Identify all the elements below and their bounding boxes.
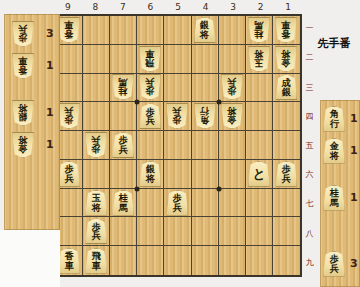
gote-hand-item-銀将[interactable]: 銀将 bbox=[10, 99, 36, 126]
shogi-piece-桂馬-gote[interactable]: 桂馬 bbox=[247, 17, 270, 43]
shogi-piece-成銀-sente[interactable]: 成銀 bbox=[275, 74, 298, 100]
shogi-app: 987654321 香車銀将桂馬香車飛車玉将金将桂馬歩兵歩兵成銀歩兵歩兵歩兵角行… bbox=[0, 0, 360, 287]
board-cell-7-1[interactable] bbox=[110, 16, 137, 45]
shogi-piece-歩兵-sente[interactable]: 歩兵 bbox=[323, 251, 346, 277]
piece-kanji: 将 bbox=[92, 203, 101, 213]
board-cell-1-8[interactable] bbox=[273, 217, 300, 246]
shogi-piece-飛車-sente[interactable]: 飛車 bbox=[85, 248, 108, 274]
shogi-piece-歩兵-gote[interactable]: 歩兵 bbox=[220, 74, 243, 100]
piece-kanji: 兵 bbox=[227, 78, 236, 88]
file-label-9: 9 bbox=[54, 1, 82, 13]
piece-kanji: 兵 bbox=[329, 264, 338, 274]
shogi-piece-歩兵-gote[interactable]: 歩兵 bbox=[85, 132, 108, 158]
piece-kanji: 馬 bbox=[119, 78, 128, 88]
background-area bbox=[0, 230, 60, 287]
board-cell-3-4[interactable]: 金将 bbox=[219, 102, 246, 131]
board-cell-4-2[interactable] bbox=[192, 45, 219, 74]
shogi-piece-歩兵-gote[interactable]: 歩兵 bbox=[139, 74, 162, 100]
board-cell-7-6[interactable] bbox=[110, 160, 137, 189]
star-point bbox=[135, 186, 140, 191]
board-cell-7-7[interactable]: 桂馬 bbox=[110, 189, 137, 218]
board-cell-6-8[interactable] bbox=[137, 217, 164, 246]
board-cell-7-2[interactable] bbox=[110, 45, 137, 74]
piece-kanji: 兵 bbox=[119, 145, 128, 155]
shogi-piece-金将-gote[interactable]: 金将 bbox=[12, 132, 35, 158]
sente-hand-count: 1 bbox=[350, 144, 358, 157]
rank-label-4: 四 bbox=[303, 102, 316, 131]
piece-kanji: 行 bbox=[200, 107, 209, 117]
board-cell-5-2[interactable] bbox=[164, 45, 191, 74]
board-cell-3-8[interactable] bbox=[219, 217, 246, 246]
board-cell-6-4[interactable]: 歩兵 bbox=[137, 102, 164, 131]
file-label-3: 3 bbox=[219, 1, 247, 13]
gote-captured-tray: 歩兵3香車1銀将1金将1 bbox=[4, 14, 60, 230]
gote-hand-item-金将[interactable]: 金将 bbox=[10, 131, 36, 158]
piece-kanji: 金 bbox=[227, 116, 236, 126]
gote-hand-count: 1 bbox=[46, 106, 54, 119]
file-label-7: 7 bbox=[109, 1, 137, 13]
board-cell-1-2[interactable]: 金将 bbox=[273, 45, 300, 74]
board-cell-7-5[interactable]: 歩兵 bbox=[110, 131, 137, 160]
board-cell-8-8[interactable]: 歩兵 bbox=[83, 217, 110, 246]
board-cell-5-1[interactable] bbox=[164, 16, 191, 45]
shogi-piece-歩兵-sente[interactable]: 歩兵 bbox=[166, 190, 189, 216]
board-cell-9-6[interactable]: 歩兵 bbox=[56, 160, 83, 189]
shogi-piece-桂馬-sente[interactable]: 桂馬 bbox=[323, 185, 346, 211]
file-label-8: 8 bbox=[82, 1, 110, 13]
sente-hand-count: 1 bbox=[350, 112, 358, 125]
piece-kanji: 兵 bbox=[92, 231, 101, 241]
shogi-piece-歩兵-gote[interactable]: 歩兵 bbox=[58, 103, 81, 129]
board-cell-2-4[interactable] bbox=[246, 102, 273, 131]
piece-kanji: 将 bbox=[329, 151, 338, 161]
board-cell-3-6[interactable] bbox=[219, 160, 246, 189]
board-cell-2-8[interactable] bbox=[246, 217, 273, 246]
piece-kanji: 将 bbox=[227, 107, 236, 117]
shogi-piece-と-sente[interactable]: と bbox=[247, 161, 270, 187]
gote-hand-count: 1 bbox=[46, 138, 54, 151]
board-cell-5-3[interactable] bbox=[164, 74, 191, 103]
shogi-piece-香車-gote[interactable]: 香車 bbox=[12, 53, 35, 79]
piece-kanji: 車 bbox=[146, 49, 155, 59]
gote-hand-item-香車[interactable]: 香車 bbox=[10, 52, 36, 79]
shogi-piece-桂馬-sente[interactable]: 桂馬 bbox=[112, 190, 135, 216]
piece-kanji: 歩 bbox=[92, 145, 101, 155]
rank-label-8: 八 bbox=[303, 219, 316, 248]
piece-kanji: 桂 bbox=[119, 87, 128, 97]
shogi-piece-銀将-sente[interactable]: 銀将 bbox=[139, 161, 162, 187]
piece-kanji: 兵 bbox=[282, 174, 291, 184]
board-cell-8-3[interactable] bbox=[83, 74, 110, 103]
file-label-6: 6 bbox=[137, 1, 165, 13]
file-label-2: 2 bbox=[247, 1, 275, 13]
rank-label-7: 七 bbox=[303, 189, 316, 218]
sente-hand-item-角行[interactable]: 角行 bbox=[321, 105, 347, 132]
board-cell-6-6[interactable]: 銀将 bbox=[137, 160, 164, 189]
board-cell-6-7[interactable] bbox=[137, 189, 164, 218]
board-cell-1-1[interactable]: 香車 bbox=[273, 16, 300, 45]
piece-kanji: 将 bbox=[18, 135, 27, 145]
piece-kanji: 玉 bbox=[254, 59, 263, 69]
shogi-piece-角行-gote[interactable]: 角行 bbox=[193, 103, 216, 129]
board-cell-6-1[interactable] bbox=[137, 16, 164, 45]
file-label-4: 4 bbox=[192, 1, 220, 13]
piece-kanji: 兵 bbox=[146, 116, 155, 126]
piece-kanji: 香 bbox=[282, 30, 291, 40]
piece-kanji: 兵 bbox=[92, 135, 101, 145]
board-cell-7-3[interactable]: 桂馬 bbox=[110, 74, 137, 103]
shogi-piece-桂馬-gote[interactable]: 桂馬 bbox=[112, 74, 135, 100]
board-rank-labels: 一二三四五六七八九 bbox=[303, 14, 316, 277]
board-cell-4-5[interactable] bbox=[192, 131, 219, 160]
board-cell-6-9[interactable] bbox=[137, 246, 164, 275]
board-cell-9-8[interactable] bbox=[56, 217, 83, 246]
shogi-piece-香車-gote[interactable]: 香車 bbox=[58, 17, 81, 43]
piece-kanji: 歩 bbox=[146, 87, 155, 97]
board-cell-9-5[interactable] bbox=[56, 131, 83, 160]
board-cell-1-7[interactable] bbox=[273, 189, 300, 218]
shogi-piece-金将-gote[interactable]: 金将 bbox=[275, 46, 298, 72]
board-cell-4-8[interactable] bbox=[192, 217, 219, 246]
piece-kanji: 車 bbox=[64, 261, 73, 271]
board-cell-4-4[interactable]: 角行 bbox=[192, 102, 219, 131]
shogi-piece-銀将-gote[interactable]: 銀将 bbox=[12, 100, 35, 126]
board-cell-3-2[interactable] bbox=[219, 45, 246, 74]
board-cell-9-2[interactable] bbox=[56, 45, 83, 74]
star-point bbox=[135, 100, 140, 105]
piece-kanji: 将 bbox=[282, 49, 291, 59]
board-cell-5-4[interactable]: 歩兵 bbox=[164, 102, 191, 131]
rank-label-5: 五 bbox=[303, 131, 316, 160]
board-cell-1-5[interactable] bbox=[273, 131, 300, 160]
piece-kanji: 兵 bbox=[64, 107, 73, 117]
board-cell-4-7[interactable] bbox=[192, 189, 219, 218]
board-cell-3-9[interactable] bbox=[219, 246, 246, 275]
board-cell-2-9[interactable] bbox=[246, 246, 273, 275]
piece-kanji: 歩 bbox=[64, 116, 73, 126]
board-cell-5-5[interactable] bbox=[164, 131, 191, 160]
shogi-piece-歩兵-sente[interactable]: 歩兵 bbox=[112, 132, 135, 158]
piece-kanji: 兵 bbox=[173, 203, 182, 213]
board-cell-2-6[interactable]: と bbox=[246, 160, 273, 189]
piece-kanji: 歩 bbox=[173, 116, 182, 126]
rank-label-9: 九 bbox=[303, 248, 316, 277]
board-cell-4-9[interactable] bbox=[192, 246, 219, 275]
sente-hand-item-歩兵[interactable]: 歩兵 bbox=[321, 250, 347, 277]
shogi-piece-銀将-sente[interactable]: 銀将 bbox=[193, 17, 216, 43]
shogi-piece-香車-gote[interactable]: 香車 bbox=[275, 17, 298, 43]
board-cell-6-2[interactable]: 飛車 bbox=[137, 45, 164, 74]
board-cell-5-6[interactable] bbox=[164, 160, 191, 189]
piece-kanji: 車 bbox=[18, 56, 27, 66]
board-cell-4-1[interactable]: 銀将 bbox=[192, 16, 219, 45]
piece-kanji: 馬 bbox=[329, 198, 338, 208]
piece-kanji: 兵 bbox=[146, 78, 155, 88]
board-cell-3-5[interactable] bbox=[219, 131, 246, 160]
star-point bbox=[216, 100, 221, 105]
shogi-piece-玉将-gote[interactable]: 玉将 bbox=[247, 46, 270, 72]
shogi-board: 香車銀将桂馬香車飛車玉将金将桂馬歩兵歩兵成銀歩兵歩兵歩兵角行金将歩兵歩兵歩兵銀将… bbox=[54, 14, 302, 277]
board-cell-2-1[interactable]: 桂馬 bbox=[246, 16, 273, 45]
board-cell-7-9[interactable] bbox=[110, 246, 137, 275]
piece-kanji: 車 bbox=[282, 20, 291, 30]
shogi-piece-歩兵-sente[interactable]: 歩兵 bbox=[85, 218, 108, 244]
shogi-piece-玉将-sente[interactable]: 玉将 bbox=[85, 190, 108, 216]
piece-kanji: 香 bbox=[64, 30, 73, 40]
board-cell-1-9[interactable] bbox=[273, 246, 300, 275]
board-cell-7-4[interactable] bbox=[110, 102, 137, 131]
board-cell-9-1[interactable]: 香車 bbox=[56, 16, 83, 45]
board-cell-8-1[interactable] bbox=[83, 16, 110, 45]
gote-hand-count: 1 bbox=[46, 59, 54, 72]
shogi-piece-金将-sente[interactable]: 金将 bbox=[323, 138, 346, 164]
piece-kanji: 馬 bbox=[119, 203, 128, 213]
piece-kanji: 金 bbox=[282, 59, 291, 69]
file-label-1: 1 bbox=[274, 1, 302, 13]
board-cell-9-9[interactable]: 香車 bbox=[56, 246, 83, 275]
piece-kanji: 車 bbox=[64, 20, 73, 30]
shogi-piece-歩兵-sente[interactable]: 歩兵 bbox=[275, 161, 298, 187]
board-cell-3-7[interactable] bbox=[219, 189, 246, 218]
rank-label-6: 六 bbox=[303, 160, 316, 189]
board-cell-9-7[interactable] bbox=[56, 189, 83, 218]
board-cell-9-4[interactable]: 歩兵 bbox=[56, 102, 83, 131]
board-file-labels: 987654321 bbox=[54, 1, 302, 13]
board-cell-7-8[interactable] bbox=[110, 217, 137, 246]
board-cell-1-6[interactable]: 歩兵 bbox=[273, 160, 300, 189]
gote-hand-count: 3 bbox=[46, 27, 54, 40]
board-cell-1-4[interactable] bbox=[273, 102, 300, 131]
piece-kanji: 銀 bbox=[282, 87, 291, 97]
board-cell-4-3[interactable] bbox=[192, 74, 219, 103]
shogi-piece-香車-sente[interactable]: 香車 bbox=[58, 248, 81, 274]
sente-hand-item-桂馬[interactable]: 桂馬 bbox=[321, 184, 347, 211]
board-cell-5-8[interactable] bbox=[164, 217, 191, 246]
gote-hand-item-歩兵[interactable]: 歩兵 bbox=[10, 20, 36, 47]
piece-kanji: 車 bbox=[92, 261, 101, 271]
shogi-piece-金将-gote[interactable]: 金将 bbox=[220, 103, 243, 129]
rank-label-3: 三 bbox=[303, 72, 316, 101]
board-cell-6-3[interactable]: 歩兵 bbox=[137, 74, 164, 103]
piece-kanji: 角 bbox=[200, 116, 209, 126]
piece-kanji: 将 bbox=[200, 30, 209, 40]
board-cell-8-2[interactable] bbox=[83, 45, 110, 74]
board-cell-2-7[interactable] bbox=[246, 189, 273, 218]
board-cell-2-3[interactable] bbox=[246, 74, 273, 103]
piece-kanji: 飛 bbox=[146, 59, 155, 69]
sente-hand-count: 1 bbox=[350, 191, 358, 204]
board-cell-5-7[interactable]: 歩兵 bbox=[164, 189, 191, 218]
board-cell-6-5[interactable] bbox=[137, 131, 164, 160]
piece-kanji: 桂 bbox=[254, 30, 263, 40]
board-cell-9-3[interactable] bbox=[56, 74, 83, 103]
board-cell-8-5[interactable]: 歩兵 bbox=[83, 131, 110, 160]
piece-kanji: 歩 bbox=[227, 87, 236, 97]
star-point bbox=[216, 186, 221, 191]
piece-kanji: 将 bbox=[18, 103, 27, 113]
board-cell-4-6[interactable] bbox=[192, 160, 219, 189]
piece-kanji: 兵 bbox=[173, 107, 182, 117]
shogi-piece-歩兵-sente[interactable]: 歩兵 bbox=[139, 103, 162, 129]
board-cell-1-3[interactable]: 成銀 bbox=[273, 74, 300, 103]
shogi-piece-歩兵-gote[interactable]: 歩兵 bbox=[12, 21, 35, 47]
board-cell-3-1[interactable] bbox=[219, 16, 246, 45]
sente-hand-count: 3 bbox=[350, 257, 358, 270]
board-cell-8-7[interactable]: 玉将 bbox=[83, 189, 110, 218]
board-cell-2-2[interactable]: 玉将 bbox=[246, 45, 273, 74]
board-cell-8-6[interactable] bbox=[83, 160, 110, 189]
board-cell-3-3[interactable]: 歩兵 bbox=[219, 74, 246, 103]
file-label-5: 5 bbox=[164, 1, 192, 13]
sente-captured-tray: 角行1金将1桂馬1歩兵3 bbox=[320, 100, 360, 287]
shogi-piece-歩兵-gote[interactable]: 歩兵 bbox=[166, 103, 189, 129]
board-cell-2-5[interactable] bbox=[246, 131, 273, 160]
shogi-piece-角行-sente[interactable]: 角行 bbox=[323, 106, 346, 132]
board-cell-8-9[interactable]: 飛車 bbox=[83, 246, 110, 275]
piece-kanji: 将 bbox=[254, 49, 263, 59]
piece-kanji: と bbox=[252, 167, 265, 180]
piece-kanji: 兵 bbox=[18, 24, 27, 34]
piece-kanji: 馬 bbox=[254, 20, 263, 30]
sente-hand-item-金将[interactable]: 金将 bbox=[321, 137, 347, 164]
piece-kanji: 兵 bbox=[64, 174, 73, 184]
shogi-piece-飛車-gote[interactable]: 飛車 bbox=[139, 46, 162, 72]
piece-kanji: 行 bbox=[329, 119, 338, 129]
shogi-piece-歩兵-sente[interactable]: 歩兵 bbox=[58, 161, 81, 187]
turn-indicator: 先手番 bbox=[308, 36, 360, 51]
board-cell-5-9[interactable] bbox=[164, 246, 191, 275]
board-cell-8-4[interactable] bbox=[83, 102, 110, 131]
piece-kanji: 将 bbox=[146, 174, 155, 184]
